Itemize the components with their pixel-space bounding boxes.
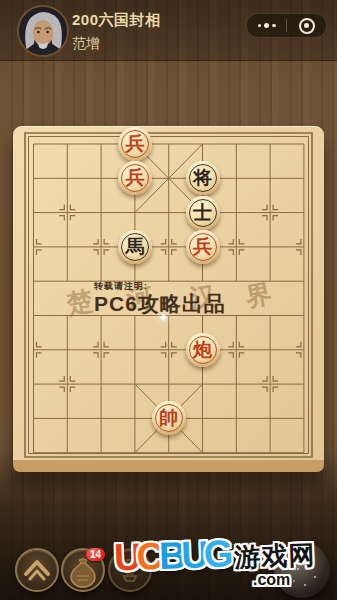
more-button[interactable] [247, 14, 286, 37]
site-watermark-domain: .com [253, 571, 290, 589]
watermark-brand: PC6攻略出品 [94, 293, 226, 314]
piece-glyph: 将 [193, 168, 212, 187]
watermark-letter: U [113, 536, 137, 579]
piece-red-soldier[interactable]: 兵 [118, 127, 152, 161]
circle-dot-icon [299, 18, 315, 34]
river-char: 界 [243, 278, 274, 312]
piece-glyph: 帥 [159, 408, 178, 427]
more-dots-icon [258, 23, 276, 28]
watermark-letter: U [181, 533, 205, 576]
piece-glyph: 兵 [193, 237, 212, 256]
piece-black-horse[interactable]: 馬 [118, 230, 152, 264]
avatar-portrait [19, 7, 67, 55]
piece-black-advisor[interactable]: 士 [186, 196, 220, 230]
watermark-letter: C [136, 535, 160, 578]
site-watermark-letters: UCBUG [114, 553, 229, 574]
piece-red-soldier[interactable]: 兵 [186, 230, 220, 264]
piece-glyph: 馬 [125, 237, 144, 256]
piece-red-general[interactable]: 帥 [152, 401, 186, 435]
piece-black-general[interactable]: 将 [186, 161, 220, 195]
piece-red-cannon[interactable]: 炮 [186, 333, 220, 367]
exit-button[interactable] [287, 14, 326, 37]
site-watermark-suffix: 游戏网 [234, 539, 316, 572]
river-char: 楚 [63, 285, 96, 319]
avatar [17, 5, 69, 57]
piece-glyph: 炮 [193, 340, 212, 359]
coin-badge: 14 [86, 548, 105, 561]
top-bar: 200六国封相 范增 [0, 0, 337, 61]
chevron-up-icon [17, 550, 57, 590]
app-screen: 200六国封相 范增 楚 河 汉 界 兵兵将士馬兵炮帥 ✦ 转载请注明: PC6… [0, 0, 337, 600]
strategy-watermark: 转载请注明: PC6攻略出品 [94, 282, 226, 314]
player-name: 范增 [72, 35, 161, 53]
watermark-letter: B [158, 534, 182, 577]
watermark-note: 转载请注明: [94, 282, 226, 291]
piece-glyph: 兵 [125, 134, 144, 153]
collapse-button[interactable] [15, 548, 59, 592]
piece-red-soldier[interactable]: 兵 [118, 161, 152, 195]
miniprogram-capsule [246, 13, 327, 38]
watermark-letter: G [203, 533, 229, 576]
piece-glyph: 士 [193, 203, 212, 222]
piece-glyph: 兵 [125, 168, 144, 187]
level-title: 200六国封相 [72, 11, 161, 30]
